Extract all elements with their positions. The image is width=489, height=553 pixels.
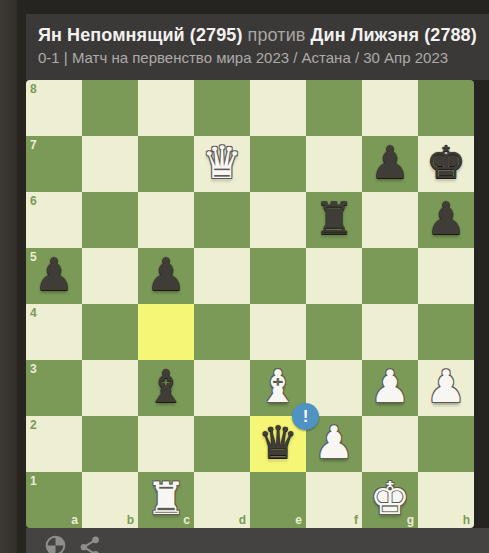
square-e7[interactable] [250, 136, 306, 192]
file-label-d: d [239, 513, 246, 527]
good-move-badge: ! [292, 403, 319, 430]
footer-bar [26, 528, 489, 553]
square-g7[interactable]: ♟ [362, 136, 418, 192]
square-b4[interactable] [82, 304, 138, 360]
square-h4[interactable] [418, 304, 474, 360]
square-b3[interactable] [82, 360, 138, 416]
rank-label-3: 3 [30, 362, 37, 376]
square-f6[interactable]: ♜ [306, 192, 362, 248]
vs-label: против [248, 25, 306, 45]
square-b7[interactable] [82, 136, 138, 192]
rank-label-1: 1 [30, 474, 37, 488]
square-d8[interactable] [194, 80, 250, 136]
square-g3[interactable]: ♟ [362, 360, 418, 416]
square-g1[interactable]: g♚ [362, 472, 418, 528]
square-h1[interactable]: h [418, 472, 474, 528]
square-c6[interactable] [138, 192, 194, 248]
game-header: Ян Непомнящий (2795) против Дин Лижэня (… [26, 14, 489, 80]
file-label-b: b [127, 513, 134, 527]
black-pawn[interactable]: ♟ [362, 134, 418, 190]
square-d1[interactable]: d [194, 472, 250, 528]
black-pawn[interactable]: ♟ [418, 190, 474, 246]
game-viewer: Ян Непомнящий (2795) против Дин Лижэня (… [0, 0, 489, 553]
square-c5[interactable]: ♟ [138, 248, 194, 304]
square-g2[interactable] [362, 416, 418, 472]
square-g5[interactable] [362, 248, 418, 304]
square-e8[interactable] [250, 80, 306, 136]
white-king[interactable]: ♚ [362, 470, 418, 526]
square-d7[interactable]: ♛ [194, 136, 250, 192]
square-c2[interactable] [138, 416, 194, 472]
square-f7[interactable] [306, 136, 362, 192]
square-h2[interactable] [418, 416, 474, 472]
white-pawn[interactable]: ♟ [418, 358, 474, 414]
rank-label-6: 6 [30, 194, 37, 208]
black-king[interactable]: ♚ [418, 134, 474, 190]
square-g4[interactable] [362, 304, 418, 360]
square-d3[interactable] [194, 360, 250, 416]
black-player-name: Дин Лижэня (2788) [311, 25, 477, 45]
file-label-a: a [71, 513, 78, 527]
square-a5[interactable]: 5♟ [26, 248, 82, 304]
square-f1[interactable]: f [306, 472, 362, 528]
game-subtitle: 0-1 | Матч на первенство мира 2023 / Аст… [38, 47, 487, 68]
square-e5[interactable] [250, 248, 306, 304]
square-a8[interactable]: 8 [26, 80, 82, 136]
square-a2[interactable]: 2 [26, 416, 82, 472]
black-rook[interactable]: ♜ [306, 190, 362, 246]
square-e6[interactable] [250, 192, 306, 248]
square-h3[interactable]: ♟ [418, 360, 474, 416]
square-h5[interactable] [418, 248, 474, 304]
square-h8[interactable] [418, 80, 474, 136]
square-d6[interactable] [194, 192, 250, 248]
square-e4[interactable] [250, 304, 306, 360]
white-player-name: Ян Непомнящий (2795) [38, 25, 243, 45]
square-e1[interactable]: e [250, 472, 306, 528]
white-rook[interactable]: ♜ [138, 470, 194, 526]
square-b1[interactable]: b [82, 472, 138, 528]
file-label-h: h [463, 513, 470, 527]
square-a3[interactable]: 3 [26, 360, 82, 416]
square-b8[interactable] [82, 80, 138, 136]
square-a1[interactable]: 1a [26, 472, 82, 528]
square-c4[interactable] [138, 304, 194, 360]
square-c8[interactable] [138, 80, 194, 136]
target-icon[interactable] [45, 535, 66, 553]
share-icon[interactable] [79, 535, 100, 553]
square-b6[interactable] [82, 192, 138, 248]
left-gutter-dark [17, 0, 26, 553]
square-c7[interactable] [138, 136, 194, 192]
game-title: Ян Непомнящий (2795) против Дин Лижэня (… [38, 23, 487, 47]
square-d4[interactable] [194, 304, 250, 360]
rank-label-8: 8 [30, 82, 37, 96]
file-label-f: f [354, 513, 358, 527]
square-c3[interactable]: ♝ [138, 360, 194, 416]
square-f8[interactable] [306, 80, 362, 136]
rank-label-7: 7 [30, 138, 37, 152]
black-pawn[interactable]: ♟ [138, 246, 194, 302]
square-a6[interactable]: 6 [26, 192, 82, 248]
square-d2[interactable] [194, 416, 250, 472]
square-d5[interactable] [194, 248, 250, 304]
square-b2[interactable] [82, 416, 138, 472]
white-pawn[interactable]: ♟ [362, 358, 418, 414]
black-bishop[interactable]: ♝ [138, 358, 194, 414]
square-c1[interactable]: c♜ [138, 472, 194, 528]
rank-label-2: 2 [30, 418, 37, 432]
file-label-e: e [295, 513, 302, 527]
chess-board[interactable]: 87♛♟♚6♜♟5♟♟43♝♝♟♟2♛♟1abc♜defg♚h! [26, 80, 474, 528]
square-f5[interactable] [306, 248, 362, 304]
square-a4[interactable]: 4 [26, 304, 82, 360]
square-f4[interactable] [306, 304, 362, 360]
left-gutter [0, 0, 17, 553]
square-h7[interactable]: ♚ [418, 136, 474, 192]
square-g6[interactable] [362, 192, 418, 248]
black-pawn[interactable]: ♟ [26, 246, 82, 302]
square-g8[interactable] [362, 80, 418, 136]
square-h6[interactable]: ♟ [418, 192, 474, 248]
square-a7[interactable]: 7 [26, 136, 82, 192]
square-b5[interactable] [82, 248, 138, 304]
rank-label-4: 4 [30, 306, 37, 320]
white-queen[interactable]: ♛ [194, 134, 250, 190]
